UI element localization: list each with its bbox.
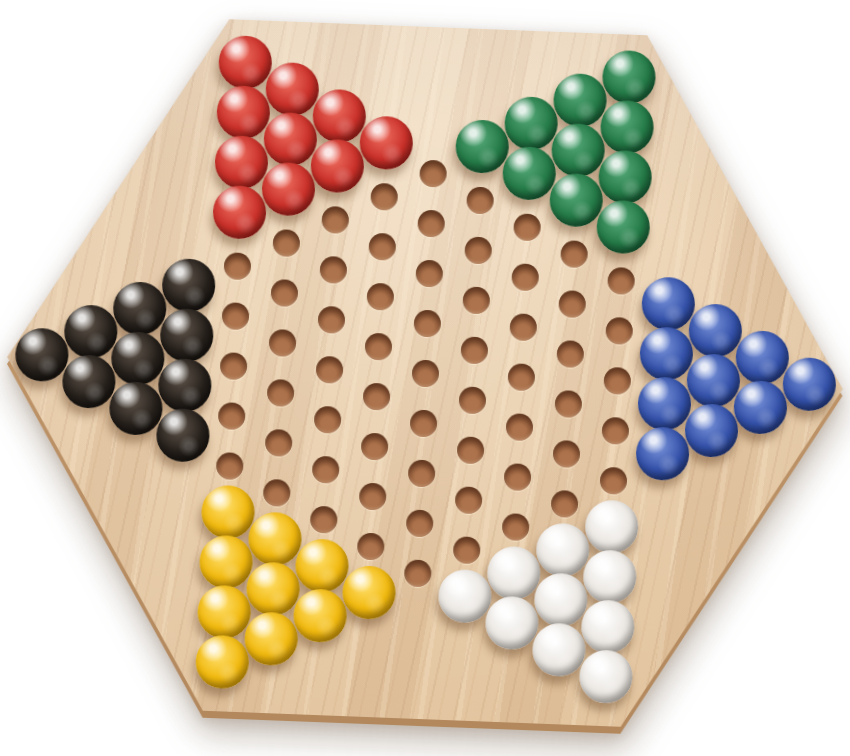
peg-yellow[interactable] [341, 564, 396, 619]
board-hole[interactable] [458, 386, 486, 414]
peg-blue[interactable] [684, 403, 739, 458]
peg-yellow[interactable] [194, 634, 249, 689]
board-hole[interactable] [407, 459, 435, 487]
board-hole[interactable] [321, 205, 349, 233]
peg-red[interactable] [217, 34, 272, 89]
peg-yellow[interactable] [200, 484, 255, 539]
peg-blue[interactable] [734, 329, 789, 384]
peg-yellow[interactable] [294, 538, 349, 593]
board-hole[interactable] [215, 452, 243, 480]
board-hole[interactable] [560, 240, 588, 268]
peg-red[interactable] [311, 88, 366, 143]
photo-background [0, 0, 850, 756]
board-hole[interactable] [309, 505, 337, 533]
peg-green[interactable] [552, 72, 607, 127]
board-hole[interactable] [460, 336, 488, 364]
peg-blue[interactable] [640, 276, 695, 331]
peg-blue[interactable] [635, 426, 690, 481]
board-hole[interactable] [268, 328, 296, 356]
board-hole[interactable] [360, 432, 388, 460]
board-hole[interactable] [454, 486, 482, 514]
board-hole[interactable] [607, 266, 635, 294]
peg-red[interactable] [264, 61, 319, 116]
peg-black[interactable] [112, 280, 167, 335]
board-hole[interactable] [362, 382, 390, 410]
peg-green[interactable] [501, 145, 556, 200]
board-hole[interactable] [509, 313, 537, 341]
board-hole[interactable] [413, 309, 441, 337]
peg-white[interactable] [535, 522, 590, 577]
peg-green[interactable] [454, 119, 509, 174]
board-hole[interactable] [505, 413, 533, 441]
peg-black[interactable] [108, 380, 163, 435]
peg-red[interactable] [213, 134, 268, 189]
peg-red[interactable] [358, 115, 413, 170]
peg-yellow[interactable] [292, 588, 347, 643]
peg-blue[interactable] [638, 326, 693, 381]
board-hole[interactable] [605, 316, 633, 344]
peg-white[interactable] [533, 572, 588, 627]
board-hole[interactable] [270, 279, 298, 307]
peg-black[interactable] [110, 330, 165, 385]
board-hole[interactable] [368, 232, 396, 260]
peg-white[interactable] [486, 545, 541, 600]
board-hole[interactable] [317, 305, 345, 333]
peg-white[interactable] [584, 499, 639, 554]
board-hole[interactable] [599, 466, 627, 494]
peg-blue[interactable] [781, 356, 836, 411]
board-hole[interactable] [405, 509, 433, 537]
board-hole[interactable] [223, 252, 251, 280]
board-hole[interactable] [513, 213, 541, 241]
board-hole[interactable] [417, 209, 445, 237]
peg-green[interactable] [599, 99, 654, 154]
board-hole[interactable] [411, 359, 439, 387]
board-hole[interactable] [313, 405, 341, 433]
board-hole[interactable] [319, 255, 347, 283]
peg-black[interactable] [157, 357, 212, 412]
peg-yellow[interactable] [198, 534, 253, 589]
peg-black[interactable] [63, 304, 118, 359]
board-hole[interactable] [452, 536, 480, 564]
peg-blue[interactable] [732, 379, 787, 434]
peg-white[interactable] [531, 622, 586, 677]
board-hole[interactable] [262, 478, 290, 506]
peg-red[interactable] [215, 84, 270, 139]
peg-yellow[interactable] [196, 584, 251, 639]
board-hole[interactable] [466, 186, 494, 214]
peg-red[interactable] [309, 138, 364, 193]
board-hole[interactable] [403, 559, 431, 587]
peg-white[interactable] [580, 599, 635, 654]
board-hole[interactable] [356, 532, 384, 560]
board-hole[interactable] [358, 482, 386, 510]
peg-red[interactable] [212, 184, 267, 239]
peg-black[interactable] [61, 354, 116, 409]
board-hole[interactable] [219, 352, 247, 380]
peg-white[interactable] [582, 549, 637, 604]
board-hole[interactable] [311, 455, 339, 483]
board-hole[interactable] [370, 182, 398, 210]
peg-green[interactable] [597, 149, 652, 204]
board-hole[interactable] [409, 409, 437, 437]
peg-green[interactable] [550, 122, 605, 177]
peg-white[interactable] [578, 649, 633, 704]
board-hole[interactable] [272, 229, 300, 257]
peg-green[interactable] [601, 49, 656, 104]
board-hole[interactable] [415, 259, 443, 287]
peg-green[interactable] [503, 95, 558, 150]
board-hole[interactable] [266, 378, 294, 406]
board-hole[interactable] [554, 390, 582, 418]
board-hole[interactable] [558, 290, 586, 318]
peg-black[interactable] [155, 407, 210, 462]
peg-blue[interactable] [685, 353, 740, 408]
board-hole[interactable] [217, 402, 245, 430]
board-hole[interactable] [601, 416, 629, 444]
peg-red[interactable] [262, 111, 317, 166]
board-hole[interactable] [364, 332, 392, 360]
board-hole[interactable] [603, 366, 631, 394]
board-hole[interactable] [556, 340, 584, 368]
peg-green[interactable] [548, 172, 603, 227]
board-hole[interactable] [552, 439, 580, 467]
peg-green[interactable] [595, 199, 650, 254]
board-hole[interactable] [315, 355, 343, 383]
board-hole[interactable] [550, 489, 578, 517]
board-hole[interactable] [366, 282, 394, 310]
board-face [0, 11, 850, 735]
peg-yellow[interactable] [245, 561, 300, 616]
board-hole[interactable] [221, 302, 249, 330]
chinese-checkers-board [0, 11, 850, 735]
peg-black[interactable] [161, 257, 216, 312]
board-hole[interactable] [419, 159, 447, 187]
board-hole[interactable] [511, 263, 539, 291]
peg-white[interactable] [437, 568, 492, 623]
peg-yellow[interactable] [243, 611, 298, 666]
board-hole[interactable] [264, 428, 292, 456]
peg-blue[interactable] [637, 376, 692, 431]
peg-white[interactable] [484, 595, 539, 650]
board-hole[interactable] [456, 436, 484, 464]
board-hole[interactable] [501, 513, 529, 541]
peg-red[interactable] [260, 161, 315, 216]
board-hole[interactable] [507, 363, 535, 391]
peg-black[interactable] [14, 327, 69, 382]
board-hole[interactable] [464, 236, 492, 264]
peg-blue[interactable] [687, 303, 742, 358]
board-hole[interactable] [462, 286, 490, 314]
peg-yellow[interactable] [247, 511, 302, 566]
peg-black[interactable] [159, 307, 214, 362]
board-hole[interactable] [503, 463, 531, 491]
